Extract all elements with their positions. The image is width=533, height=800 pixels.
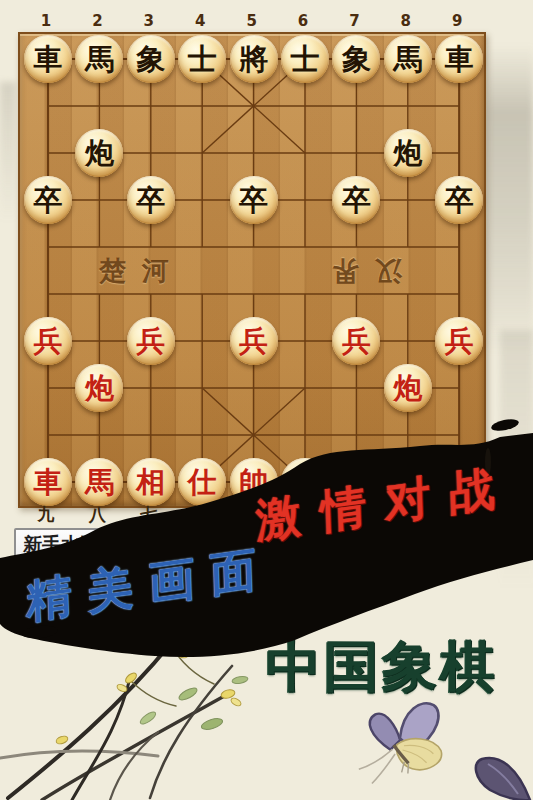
file-label-bottom-7: 三 — [343, 503, 365, 526]
xiangqi-board[interactable]: 楚河 汉界 車馬象士將士象馬車炮炮卒卒卒卒卒兵兵兵兵兵炮炮車馬相仕帥仕相馬車 — [18, 32, 486, 508]
piece-相[interactable]: 相 — [127, 458, 175, 506]
piece-卒[interactable]: 卒 — [332, 176, 380, 224]
ink-wash-left — [0, 82, 16, 222]
file-label-top-6: 6 — [292, 12, 314, 30]
piece-馬[interactable]: 馬 — [75, 35, 123, 83]
piece-兵[interactable]: 兵 — [332, 317, 380, 365]
piece-兵[interactable]: 兵 — [24, 317, 72, 365]
file-label-top-2: 2 — [86, 12, 108, 30]
piece-兵[interactable]: 兵 — [230, 317, 278, 365]
piece-炮[interactable]: 炮 — [75, 364, 123, 412]
piece-車[interactable]: 車 — [24, 458, 72, 506]
file-label-top-3: 3 — [138, 12, 160, 30]
piece-車[interactable]: 車 — [435, 35, 483, 83]
piece-兵[interactable]: 兵 — [435, 317, 483, 365]
file-label-bottom-8: 二 — [395, 503, 417, 526]
file-label-bottom-6: 四 — [292, 503, 314, 526]
piece-士[interactable]: 士 — [178, 35, 226, 83]
piece-卒[interactable]: 卒 — [230, 176, 278, 224]
pieces-layer: 車馬象士將士象馬車炮炮卒卒卒卒卒兵兵兵兵兵炮炮車馬相仕帥仕相馬車 — [20, 34, 484, 506]
piece-相[interactable]: 相 — [332, 458, 380, 506]
corner-wing-decoration — [452, 746, 533, 800]
file-label-top-4: 4 — [189, 12, 211, 30]
file-label-top-5: 5 — [241, 12, 263, 30]
ink-wash-right-lower — [500, 330, 533, 590]
piece-仕[interactable]: 仕 — [281, 458, 329, 506]
file-label-top-8: 8 — [395, 12, 417, 30]
file-label-bottom-1: 九 — [35, 503, 57, 526]
level-button[interactable]: 新手水平 — [14, 528, 120, 562]
file-label-bottom-9: 一 — [446, 503, 468, 526]
piece-卒[interactable]: 卒 — [127, 176, 175, 224]
piece-仕[interactable]: 仕 — [178, 458, 226, 506]
piece-馬[interactable]: 馬 — [384, 458, 432, 506]
piece-兵[interactable]: 兵 — [127, 317, 175, 365]
orchid-painting — [0, 636, 300, 800]
piece-馬[interactable]: 馬 — [384, 35, 432, 83]
app-screen: 123456789 楚河 汉界 車馬象士將士象馬車炮炮卒卒卒卒卒兵兵兵兵兵炮炮車… — [0, 0, 533, 800]
file-label-bottom-3: 七 — [138, 503, 160, 526]
piece-車[interactable]: 車 — [24, 35, 72, 83]
butterfly — [350, 698, 454, 794]
piece-卒[interactable]: 卒 — [435, 176, 483, 224]
piece-卒[interactable]: 卒 — [24, 176, 72, 224]
piece-炮[interactable]: 炮 — [75, 129, 123, 177]
piece-炮[interactable]: 炮 — [384, 364, 432, 412]
piece-車[interactable]: 車 — [435, 458, 483, 506]
piece-馬[interactable]: 馬 — [75, 458, 123, 506]
piece-帥[interactable]: 帥 — [230, 458, 278, 506]
file-label-top-7: 7 — [343, 12, 365, 30]
ink-wash-right — [486, 45, 533, 355]
piece-象[interactable]: 象 — [332, 35, 380, 83]
piece-炮[interactable]: 炮 — [384, 129, 432, 177]
piece-士[interactable]: 士 — [281, 35, 329, 83]
file-label-bottom-2: 八 — [86, 503, 108, 526]
piece-象[interactable]: 象 — [127, 35, 175, 83]
file-label-bottom-5: 五 — [241, 503, 263, 526]
file-label-top-9: 9 — [446, 12, 468, 30]
file-label-bottom-4: 六 — [189, 503, 211, 526]
app-title: 中国象棋 — [266, 630, 498, 704]
piece-將[interactable]: 將 — [230, 35, 278, 83]
file-label-top-1: 1 — [35, 12, 57, 30]
